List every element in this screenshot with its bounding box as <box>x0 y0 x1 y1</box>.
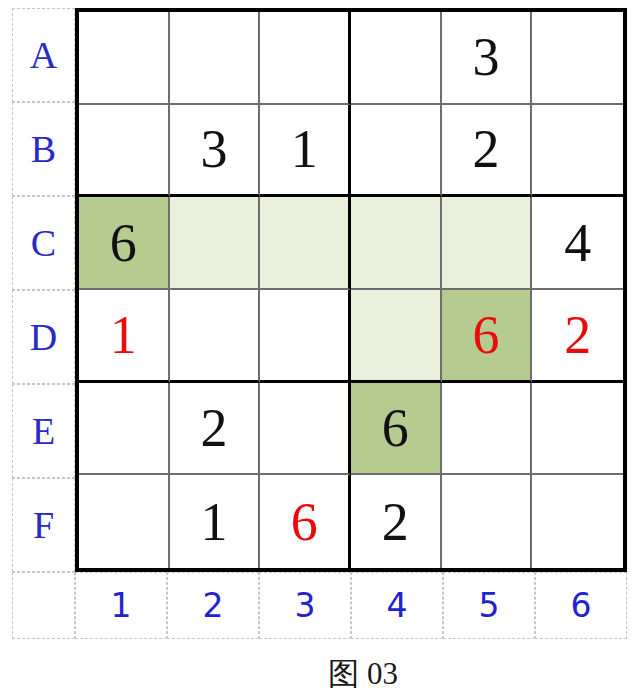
row-label-C: C <box>12 196 75 290</box>
cell-D5[interactable]: 6 <box>442 290 533 383</box>
cell-C1[interactable]: 6 <box>79 197 170 290</box>
cell-F2[interactable]: 1 <box>170 475 261 568</box>
cell-C6[interactable]: 4 <box>532 197 623 290</box>
cell-C3[interactable] <box>260 197 351 290</box>
corner-cell <box>12 572 75 639</box>
cell-D6[interactable]: 2 <box>532 290 623 383</box>
row-label-B: B <box>12 102 75 196</box>
cell-D1-value: 1 <box>110 308 137 362</box>
cell-F1[interactable] <box>79 475 170 568</box>
cell-D6-value: 2 <box>564 308 591 362</box>
cell-F6[interactable] <box>532 475 623 568</box>
cell-B5-value: 2 <box>472 122 499 176</box>
cell-A1[interactable] <box>79 12 170 105</box>
cell-A5[interactable]: 3 <box>442 12 533 105</box>
cell-E4-value: 6 <box>382 401 409 455</box>
cell-B5[interactable]: 2 <box>442 105 533 198</box>
cell-A4[interactable] <box>351 12 442 105</box>
cell-E2-value: 2 <box>200 401 227 455</box>
cell-B3[interactable]: 1 <box>260 105 351 198</box>
cell-B3-value: 1 <box>291 122 318 176</box>
col-label-4: 4 <box>351 572 443 639</box>
cell-E1[interactable] <box>79 383 170 476</box>
cell-F3-value: 6 <box>291 495 318 549</box>
cell-C6-value: 4 <box>564 216 591 270</box>
cell-F4-value: 2 <box>382 495 409 549</box>
cell-B6[interactable] <box>532 105 623 198</box>
row-label-D: D <box>12 290 75 384</box>
cell-B2[interactable]: 3 <box>170 105 261 198</box>
cell-E4[interactable]: 6 <box>351 383 442 476</box>
cell-F3[interactable]: 6 <box>260 475 351 568</box>
puzzle-layout: A B C D E F 3 3 1 2 6 4 1 <box>12 8 627 639</box>
row-label-F: F <box>12 478 75 572</box>
cell-C2[interactable] <box>170 197 261 290</box>
cell-B2-value: 3 <box>200 122 227 176</box>
col-label-1: 1 <box>75 572 167 639</box>
cell-D2[interactable] <box>170 290 261 383</box>
cell-E2[interactable]: 2 <box>170 383 261 476</box>
sudoku-board: 3 3 1 2 6 4 1 6 2 2 6 <box>75 8 627 572</box>
cell-E5[interactable] <box>442 383 533 476</box>
cell-A6[interactable] <box>532 12 623 105</box>
figure: A B C D E F 3 3 1 2 6 4 1 <box>0 0 640 695</box>
cell-D4[interactable] <box>351 290 442 383</box>
cell-A2[interactable] <box>170 12 261 105</box>
cell-F2-value: 1 <box>200 495 227 549</box>
cell-D3[interactable] <box>260 290 351 383</box>
cell-A5-value: 3 <box>472 30 499 84</box>
cell-D5-value: 6 <box>472 308 499 362</box>
row-label-E: E <box>12 384 75 478</box>
cell-F5[interactable] <box>442 475 533 568</box>
cell-F4[interactable]: 2 <box>351 475 442 568</box>
cell-D1[interactable]: 1 <box>79 290 170 383</box>
cell-C5[interactable] <box>442 197 533 290</box>
cell-B4[interactable] <box>351 105 442 198</box>
cell-E6[interactable] <box>532 383 623 476</box>
cell-B1[interactable] <box>79 105 170 198</box>
col-label-3: 3 <box>259 572 351 639</box>
cell-A3[interactable] <box>260 12 351 105</box>
cell-C1-value: 6 <box>110 216 137 270</box>
col-label-6: 6 <box>535 572 627 639</box>
cell-E3[interactable] <box>260 383 351 476</box>
col-label-2: 2 <box>167 572 259 639</box>
cell-C4[interactable] <box>351 197 442 290</box>
col-label-5: 5 <box>443 572 535 639</box>
row-label-A: A <box>12 8 75 102</box>
figure-caption: 图 03 <box>24 653 639 695</box>
